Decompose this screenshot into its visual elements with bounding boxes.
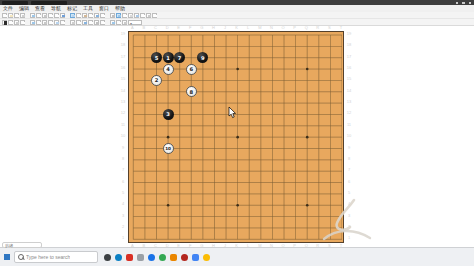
toolbar1-icon-13[interactable] [88, 13, 93, 18]
coord-row-right-14: 14 [347, 89, 351, 93]
coord-col-top-C: C [154, 26, 157, 30]
stone-white-2: 2 [151, 75, 162, 86]
coord-row-left-11: 11 [121, 123, 125, 127]
coord-col-top-H: H [212, 26, 215, 30]
toolbar2-icon-6[interactable] [42, 20, 47, 25]
toolbar1-icon-3[interactable] [20, 13, 25, 18]
toolbar1-icon-0[interactable] [2, 13, 7, 18]
toolbar1-icon-20[interactable] [134, 13, 139, 18]
toolbar1-icon-15[interactable] [100, 13, 105, 18]
toolbar1-icon-14[interactable] [94, 13, 99, 18]
toolbar2-icon-14[interactable] [94, 20, 99, 25]
coord-col-top-M: M [258, 26, 261, 30]
search-icon [18, 254, 24, 260]
window-controls[interactable] [456, 2, 472, 5]
coord-row-left-13: 13 [121, 100, 125, 104]
menu-item-7[interactable]: 帮助 [112, 5, 128, 12]
coord-row-left-5: 5 [122, 191, 124, 195]
toolbar2-icon-10[interactable] [70, 20, 75, 25]
title-tab-1[interactable] [2, 1, 28, 5]
coord-col-top-F: F [189, 26, 191, 30]
minimize-icon[interactable] [456, 2, 459, 5]
toolbar2-icon-9[interactable] [60, 20, 65, 25]
close-icon[interactable] [469, 2, 472, 5]
taskbar-app-icon-4[interactable] [148, 254, 155, 261]
taskbar-app-icon-0[interactable] [104, 254, 111, 261]
coord-row-right-12: 12 [347, 111, 351, 115]
coord-col-top-L: L [247, 26, 249, 30]
search-placeholder: Type here to search [26, 254, 70, 260]
coord-col-top-A: A [131, 26, 134, 30]
coord-col-top-D: D [166, 26, 169, 30]
move-number: 8 [189, 89, 193, 95]
coord-row-right-13: 13 [347, 100, 351, 104]
toolbar1-icon-17[interactable] [116, 13, 121, 18]
screen: 文件编辑查看导航标记工具窗口帮助 ▾ 12345678910 AABBCCDDE… [0, 0, 474, 266]
move-number: 6 [189, 66, 193, 72]
coord-col-top-G: G [200, 26, 203, 30]
toolbar2-icon-3[interactable] [20, 20, 25, 25]
coord-row-left-10: 10 [121, 134, 125, 138]
move-number: 4 [166, 66, 170, 72]
coord-row-left-2: 2 [122, 225, 124, 229]
taskbar-app-icons [104, 254, 210, 261]
toolbar2-icon-15[interactable] [100, 20, 105, 25]
coord-row-left-9: 9 [122, 146, 124, 150]
coord-row-right-15: 15 [347, 77, 351, 81]
coord-col-top-B: B [143, 26, 146, 30]
coord-row-left-14: 14 [121, 89, 125, 93]
coord-row-right-16: 16 [347, 66, 351, 70]
coord-row-right-19: 19 [347, 32, 351, 36]
toolbar2-icon-1[interactable] [8, 20, 13, 25]
toolbar1-icon-5[interactable] [36, 13, 41, 18]
toolbar1-icon-10[interactable] [70, 13, 75, 18]
coord-col-top-Q: Q [305, 26, 308, 30]
coord-row-right-6: 6 [348, 180, 350, 184]
coord-col-top-J: J [224, 26, 226, 30]
coord-row-right-9: 9 [348, 146, 350, 150]
toolbar1-icon-22[interactable] [146, 13, 151, 18]
toolbar1-icon-2[interactable] [14, 13, 19, 18]
menu-item-4[interactable]: 标记 [64, 5, 80, 12]
coord-col-top-T: T [340, 26, 342, 30]
toolbar1-icon-6[interactable] [42, 13, 47, 18]
toolbar2-icon-8[interactable] [54, 20, 59, 25]
toolbar2-icon-2[interactable] [14, 20, 19, 25]
taskbar-app-icon-2[interactable] [126, 254, 133, 261]
coord-col-top-K: K [235, 26, 238, 30]
coord-row-right-5: 5 [348, 191, 350, 195]
toolbar1-icon-11[interactable] [76, 13, 81, 18]
coord-row-left-15: 15 [121, 77, 125, 81]
taskbar-app-icon-3[interactable] [137, 254, 144, 261]
coord-row-left-4: 4 [122, 202, 124, 206]
coord-row-right-8: 8 [348, 157, 350, 161]
coord-col-top-R: R [316, 26, 319, 30]
menu-item-6[interactable]: 窗口 [96, 5, 112, 12]
move-number: 2 [155, 77, 159, 83]
toolbar1-icon-19[interactable] [128, 13, 133, 18]
taskbar-app-icon-5[interactable] [159, 254, 166, 261]
coord-col-top-P: P [293, 26, 296, 30]
move-number: 9 [201, 55, 205, 61]
coord-row-right-11: 11 [347, 123, 351, 127]
menu-item-1[interactable]: 编辑 [16, 5, 32, 12]
coord-row-left-6: 6 [122, 180, 124, 184]
coord-row-left-12: 12 [121, 111, 125, 115]
board-grid [129, 32, 342, 241]
mouse-cursor-icon [228, 107, 237, 119]
stone-black-1: 1 [163, 52, 174, 63]
toolbar2-icon-18[interactable] [122, 20, 127, 25]
taskbar-app-icon-6[interactable] [170, 254, 177, 261]
windows-logo-icon [4, 254, 11, 261]
move-number: 3 [166, 111, 170, 117]
coord-row-right-7: 7 [348, 168, 350, 172]
watermark [316, 197, 374, 249]
menu-item-5[interactable]: 工具 [80, 5, 96, 12]
menu-item-3[interactable]: 导航 [48, 5, 64, 12]
stone-black-3: 3 [163, 109, 174, 120]
start-button[interactable] [0, 248, 14, 266]
toolbar1-icon-12[interactable] [82, 13, 87, 18]
coord-row-left-3: 3 [122, 214, 124, 218]
coord-col-top-S: S [328, 26, 331, 30]
toolbar2-icon-0[interactable] [2, 20, 7, 25]
toolbar2-icon-16[interactable] [110, 20, 115, 25]
maximize-icon[interactable] [462, 2, 465, 5]
move-number: 7 [178, 55, 182, 61]
stone-white-8: 8 [186, 86, 197, 97]
coord-row-right-10: 10 [347, 134, 351, 138]
taskbar-app-icon-1[interactable] [115, 254, 122, 261]
taskbar-app-icon-7[interactable] [181, 254, 188, 261]
toolbar2-icon-4[interactable] [30, 20, 35, 25]
toolbar2-icon-17[interactable] [116, 20, 121, 25]
toolbar2-icon-12[interactable] [82, 20, 87, 25]
toolbar1-icon-16[interactable] [110, 13, 115, 18]
toolbar1-icon-4[interactable] [30, 13, 35, 18]
toolbar1-icon-1[interactable] [8, 13, 13, 18]
taskbar-app-icon-8[interactable] [192, 254, 199, 261]
coord-row-left-16: 16 [121, 66, 125, 70]
move-number: 5 [155, 55, 159, 61]
coord-row-left-17: 17 [121, 55, 125, 59]
toolbar-row-1 [0, 12, 474, 19]
menu-item-0[interactable]: 文件 [0, 5, 16, 12]
toolbar1-icon-7[interactable] [48, 13, 53, 18]
coord-col-top-E: E [177, 26, 180, 30]
coord-row-right-17: 17 [347, 55, 351, 59]
coord-col-top-N: N [270, 26, 273, 30]
status-text: 就绪 [2, 242, 42, 248]
stone-white-4: 4 [163, 64, 174, 75]
toolbar1-icon-21[interactable] [140, 13, 145, 18]
toolbar2-icon-5[interactable] [36, 20, 41, 25]
toolbar2-icon-13[interactable] [88, 20, 93, 25]
title-tab-2[interactable] [31, 1, 67, 5]
coord-row-right-18: 18 [347, 43, 351, 47]
move-number: 10 [165, 146, 171, 151]
toolbar1-icon-9[interactable] [60, 13, 65, 18]
taskbar-search[interactable]: Type here to search [14, 251, 98, 263]
coord-row-left-8: 8 [122, 157, 124, 161]
coord-row-left-19: 19 [121, 32, 125, 36]
toolbar2-icon-7[interactable] [48, 20, 53, 25]
move-number: 1 [166, 55, 170, 61]
stone-white-10: 10 [163, 143, 174, 154]
menu-item-2[interactable]: 查看 [32, 5, 48, 12]
coord-col-top-O: O [281, 26, 284, 30]
coord-row-left-7: 7 [122, 168, 124, 172]
toolbar1-icon-23[interactable] [152, 13, 157, 18]
taskbar: Type here to search ^ [0, 247, 474, 266]
toolbar1-icon-18[interactable] [122, 13, 127, 18]
coord-row-left-1: 1 [122, 236, 124, 240]
toolbar1-icon-8[interactable] [54, 13, 59, 18]
coord-row-left-18: 18 [121, 43, 125, 47]
taskbar-app-icon-9[interactable] [203, 254, 210, 261]
stone-white-6: 6 [186, 64, 197, 75]
go-board[interactable]: 12345678910 [128, 31, 344, 243]
toolbar2-icon-11[interactable] [76, 20, 81, 25]
